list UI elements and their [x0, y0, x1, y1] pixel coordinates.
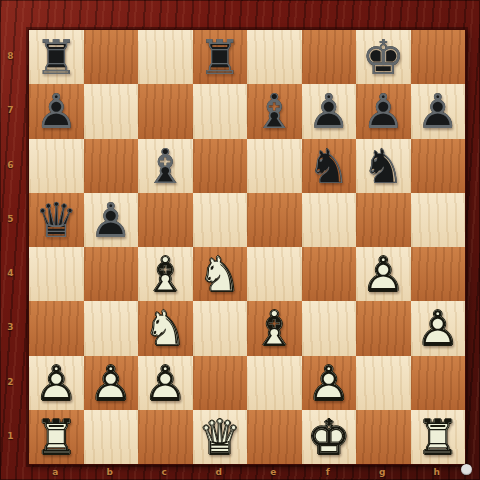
- piece-black-pawn-g7[interactable]: ♟♙: [356, 84, 411, 138]
- square-h2[interactable]: [411, 356, 466, 410]
- square-h5[interactable]: [411, 193, 466, 247]
- white-pawn-outline-icon: ♙: [138, 356, 193, 410]
- piece-black-pawn-f7[interactable]: ♟♙: [302, 84, 357, 138]
- black-bishop-icon: ♝: [247, 84, 302, 138]
- black-pawn-icon: ♟: [411, 84, 466, 138]
- square-g2[interactable]: [356, 356, 411, 410]
- square-g8[interactable]: ♚♔: [356, 30, 411, 84]
- file-label-e: e: [246, 463, 301, 480]
- black-knight-outline-icon: ♘: [302, 139, 357, 193]
- square-c2[interactable]: ♟♙: [138, 356, 193, 410]
- square-g5[interactable]: [356, 193, 411, 247]
- square-f8[interactable]: [302, 30, 357, 84]
- white-bishop-outline-icon: ♗: [138, 247, 193, 301]
- square-d2[interactable]: [193, 356, 248, 410]
- white-king-icon: ♚: [302, 410, 357, 464]
- rank-label-3: 3: [0, 300, 28, 354]
- board-squares: ♜♖♜♖♚♔♟♙♝♗♟♙♟♙♟♙♝♗♞♘♞♘♛♕♟♙♝♗♞♘♟♙♞♘♝♗♟♙♟♙…: [28, 29, 466, 465]
- square-a3[interactable]: [29, 301, 84, 355]
- square-f1[interactable]: ♚♔: [302, 410, 357, 464]
- square-h7[interactable]: ♟♙: [411, 84, 466, 138]
- black-rook-icon: ♜: [193, 30, 248, 84]
- square-h6[interactable]: [411, 139, 466, 193]
- white-pawn-outline-icon: ♙: [84, 356, 139, 410]
- white-pawn-icon: ♟: [411, 301, 466, 355]
- square-f6[interactable]: ♞♘: [302, 139, 357, 193]
- square-b3[interactable]: [84, 301, 139, 355]
- black-knight-outline-icon: ♘: [356, 139, 411, 193]
- white-bishop-icon: ♝: [247, 301, 302, 355]
- black-rook-icon: ♜: [29, 30, 84, 84]
- black-pawn-outline-icon: ♙: [302, 84, 357, 138]
- square-g6[interactable]: ♞♘: [356, 139, 411, 193]
- square-b1[interactable]: [84, 410, 139, 464]
- white-bishop-icon: ♝: [138, 247, 193, 301]
- square-e5[interactable]: [247, 193, 302, 247]
- piece-black-bishop-e7[interactable]: ♝♗: [247, 84, 302, 138]
- black-king-icon: ♚: [356, 30, 411, 84]
- piece-white-knight-c3[interactable]: ♞♘: [138, 301, 193, 355]
- piece-white-pawn-c2[interactable]: ♟♙: [138, 356, 193, 410]
- square-f4[interactable]: [302, 247, 357, 301]
- white-king-outline-icon: ♔: [302, 410, 357, 464]
- square-f5[interactable]: [302, 193, 357, 247]
- rank-label-1: 1: [0, 409, 28, 463]
- square-a7[interactable]: ♟♙: [29, 84, 84, 138]
- piece-black-pawn-h7[interactable]: ♟♙: [411, 84, 466, 138]
- white-queen-outline-icon: ♕: [193, 410, 248, 464]
- black-bishop-outline-icon: ♗: [247, 84, 302, 138]
- square-b4[interactable]: [84, 247, 139, 301]
- black-knight-icon: ♞: [302, 139, 357, 193]
- square-a8[interactable]: ♜♖: [29, 30, 84, 84]
- square-d5[interactable]: [193, 193, 248, 247]
- piece-black-knight-f6[interactable]: ♞♘: [302, 139, 357, 193]
- square-a6[interactable]: [29, 139, 84, 193]
- white-pawn-outline-icon: ♙: [411, 301, 466, 355]
- square-d8[interactable]: ♜♖: [193, 30, 248, 84]
- file-label-g: g: [355, 463, 410, 480]
- white-rook-icon: ♜: [29, 410, 84, 464]
- square-e8[interactable]: [247, 30, 302, 84]
- square-b8[interactable]: [84, 30, 139, 84]
- black-pawn-outline-icon: ♙: [84, 193, 139, 247]
- file-label-b: b: [83, 463, 138, 480]
- black-king-outline-icon: ♔: [356, 30, 411, 84]
- file-labels: abcdefgh: [28, 463, 464, 480]
- black-bishop-icon: ♝: [138, 139, 193, 193]
- black-pawn-icon: ♟: [302, 84, 357, 138]
- file-label-a: a: [28, 463, 83, 480]
- square-h8[interactable]: [411, 30, 466, 84]
- square-c5[interactable]: [138, 193, 193, 247]
- square-c1[interactable]: [138, 410, 193, 464]
- file-label-c: c: [137, 463, 192, 480]
- square-e1[interactable]: [247, 410, 302, 464]
- square-e3[interactable]: ♝♗: [247, 301, 302, 355]
- square-d7[interactable]: [193, 84, 248, 138]
- piece-black-queen-a5[interactable]: ♛♕: [29, 193, 84, 247]
- black-queen-outline-icon: ♕: [29, 193, 84, 247]
- rank-label-7: 7: [0, 83, 28, 137]
- square-c3[interactable]: ♞♘: [138, 301, 193, 355]
- white-pawn-outline-icon: ♙: [29, 356, 84, 410]
- white-pawn-icon: ♟: [302, 356, 357, 410]
- square-d4[interactable]: ♞♘: [193, 247, 248, 301]
- piece-black-bishop-c6[interactable]: ♝♗: [138, 139, 193, 193]
- black-pawn-outline-icon: ♙: [411, 84, 466, 138]
- file-label-h: h: [410, 463, 465, 480]
- white-knight-icon: ♞: [138, 301, 193, 355]
- white-pawn-icon: ♟: [84, 356, 139, 410]
- rank-label-5: 5: [0, 192, 28, 246]
- black-pawn-outline-icon: ♙: [29, 84, 84, 138]
- white-rook-outline-icon: ♖: [411, 410, 466, 464]
- square-h3[interactable]: ♟♙: [411, 301, 466, 355]
- black-queen-icon: ♛: [29, 193, 84, 247]
- square-b6[interactable]: [84, 139, 139, 193]
- white-queen-icon: ♛: [193, 410, 248, 464]
- white-pawn-icon: ♟: [29, 356, 84, 410]
- piece-white-bishop-e3[interactable]: ♝♗: [247, 301, 302, 355]
- piece-black-king-g8[interactable]: ♚♔: [356, 30, 411, 84]
- piece-white-rook-h1[interactable]: ♜♖: [411, 410, 466, 464]
- square-a2[interactable]: ♟♙: [29, 356, 84, 410]
- piece-white-pawn-f2[interactable]: ♟♙: [302, 356, 357, 410]
- piece-black-pawn-b5[interactable]: ♟♙: [84, 193, 139, 247]
- piece-white-rook-a1[interactable]: ♜♖: [29, 410, 84, 464]
- black-knight-icon: ♞: [356, 139, 411, 193]
- square-c6[interactable]: ♝♗: [138, 139, 193, 193]
- square-h4[interactable]: [411, 247, 466, 301]
- rank-labels: 87654321: [0, 29, 28, 463]
- square-h1[interactable]: ♜♖: [411, 410, 466, 464]
- square-e7[interactable]: ♝♗: [247, 84, 302, 138]
- white-knight-outline-icon: ♘: [138, 301, 193, 355]
- white-to-move-indicator: [461, 464, 472, 475]
- board-frame: 87654321 ♜♖♜♖♚♔♟♙♝♗♟♙♟♙♟♙♝♗♞♘♞♘♛♕♟♙♝♗♞♘♟…: [0, 0, 480, 480]
- white-pawn-outline-icon: ♙: [356, 247, 411, 301]
- square-c7[interactable]: [138, 84, 193, 138]
- file-label-d: d: [192, 463, 247, 480]
- square-b5[interactable]: ♟♙: [84, 193, 139, 247]
- square-d3[interactable]: [193, 301, 248, 355]
- square-g7[interactable]: ♟♙: [356, 84, 411, 138]
- square-f7[interactable]: ♟♙: [302, 84, 357, 138]
- white-pawn-icon: ♟: [356, 247, 411, 301]
- piece-black-knight-g6[interactable]: ♞♘: [356, 139, 411, 193]
- square-a1[interactable]: ♜♖: [29, 410, 84, 464]
- square-d1[interactable]: ♛♕: [193, 410, 248, 464]
- piece-white-bishop-c4[interactable]: ♝♗: [138, 247, 193, 301]
- black-pawn-icon: ♟: [84, 193, 139, 247]
- square-a4[interactable]: [29, 247, 84, 301]
- rank-label-4: 4: [0, 246, 28, 300]
- file-label-f: f: [301, 463, 356, 480]
- piece-black-rook-a8[interactable]: ♜♖: [29, 30, 84, 84]
- white-bishop-outline-icon: ♗: [247, 301, 302, 355]
- black-pawn-icon: ♟: [356, 84, 411, 138]
- piece-white-queen-d1[interactable]: ♛♕: [193, 410, 248, 464]
- square-c4[interactable]: ♝♗: [138, 247, 193, 301]
- piece-black-pawn-a7[interactable]: ♟♙: [29, 84, 84, 138]
- square-f3[interactable]: [302, 301, 357, 355]
- rank-label-2: 2: [0, 355, 28, 409]
- piece-white-pawn-g4[interactable]: ♟♙: [356, 247, 411, 301]
- square-e6[interactable]: [247, 139, 302, 193]
- rank-label-8: 8: [0, 29, 28, 83]
- white-pawn-outline-icon: ♙: [302, 356, 357, 410]
- square-b7[interactable]: [84, 84, 139, 138]
- white-pawn-icon: ♟: [138, 356, 193, 410]
- square-g3[interactable]: [356, 301, 411, 355]
- black-pawn-outline-icon: ♙: [356, 84, 411, 138]
- piece-white-pawn-h3[interactable]: ♟♙: [411, 301, 466, 355]
- black-pawn-icon: ♟: [29, 84, 84, 138]
- black-rook-outline-icon: ♖: [193, 30, 248, 84]
- white-rook-outline-icon: ♖: [29, 410, 84, 464]
- piece-white-pawn-b2[interactable]: ♟♙: [84, 356, 139, 410]
- square-f2[interactable]: ♟♙: [302, 356, 357, 410]
- black-rook-outline-icon: ♖: [29, 30, 84, 84]
- rank-label-6: 6: [0, 138, 28, 192]
- square-b2[interactable]: ♟♙: [84, 356, 139, 410]
- piece-black-rook-d8[interactable]: ♜♖: [193, 30, 248, 84]
- square-c8[interactable]: [138, 30, 193, 84]
- square-g4[interactable]: ♟♙: [356, 247, 411, 301]
- black-bishop-outline-icon: ♗: [138, 139, 193, 193]
- square-a5[interactable]: ♛♕: [29, 193, 84, 247]
- piece-white-king-f1[interactable]: ♚♔: [302, 410, 357, 464]
- piece-white-knight-d4[interactable]: ♞♘: [193, 247, 248, 301]
- square-d6[interactable]: [193, 139, 248, 193]
- square-g1[interactable]: [356, 410, 411, 464]
- square-e2[interactable]: [247, 356, 302, 410]
- piece-white-pawn-a2[interactable]: ♟♙: [29, 356, 84, 410]
- white-knight-icon: ♞: [193, 247, 248, 301]
- white-rook-icon: ♜: [411, 410, 466, 464]
- square-e4[interactable]: [247, 247, 302, 301]
- white-knight-outline-icon: ♘: [193, 247, 248, 301]
